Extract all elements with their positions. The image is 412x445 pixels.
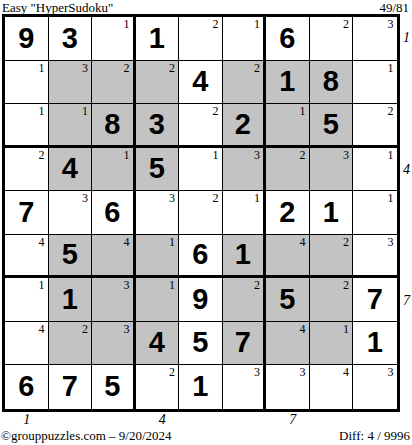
cell-r5c2[interactable]: 3 xyxy=(49,191,93,235)
cell-r2c7[interactable]: 1 xyxy=(266,61,310,105)
cell-r8c6[interactable]: 7 xyxy=(223,322,267,366)
given-digit: 4 xyxy=(179,61,222,104)
corner-mark: 2 xyxy=(169,366,175,379)
cell-r1c5[interactable]: 2 xyxy=(179,17,223,61)
row-label-4: 4 xyxy=(403,162,412,178)
given-digit: 6 xyxy=(5,365,48,409)
corner-mark: 4 xyxy=(39,236,45,249)
corner-mark: 3 xyxy=(82,62,88,75)
cell-r4c3[interactable]: 1 xyxy=(92,148,136,192)
corner-mark: 2 xyxy=(388,105,394,118)
cell-r6c8[interactable]: 2 xyxy=(310,235,354,279)
corner-mark: 2 xyxy=(124,62,130,75)
corner-mark: 3 xyxy=(254,366,260,379)
cell-r1c9[interactable]: 3 xyxy=(353,17,397,61)
cell-r9c2[interactable]: 7 xyxy=(49,365,93,409)
cell-r4c6[interactable]: 3 xyxy=(223,148,267,192)
cell-r1c3[interactable]: 1 xyxy=(92,17,136,61)
corner-mark: 1 xyxy=(388,149,394,162)
given-digit: 7 xyxy=(353,278,397,321)
col-label-4: 4 xyxy=(141,412,185,428)
corner-mark: 4 xyxy=(124,236,130,249)
cell-r9c3[interactable]: 5 xyxy=(92,365,136,409)
given-digit: 9 xyxy=(179,278,222,321)
cell-r5c4[interactable]: 3 xyxy=(136,191,180,235)
corner-mark: 1 xyxy=(169,236,175,249)
given-digit: 1 xyxy=(266,61,309,104)
cell-r1c6[interactable]: 1 xyxy=(223,17,267,61)
row-label-7: 7 xyxy=(403,293,412,309)
cell-r7c3[interactable]: 3 xyxy=(92,278,136,322)
given-digit: 7 xyxy=(5,191,48,234)
cell-r2c4[interactable]: 2 xyxy=(136,61,180,105)
cell-r8c5[interactable]: 5 xyxy=(179,322,223,366)
cell-r6c3[interactable]: 4 xyxy=(92,235,136,279)
corner-mark: 2 xyxy=(39,149,45,162)
col-label-1: 1 xyxy=(5,412,49,428)
given-digit: 6 xyxy=(179,235,222,276)
corner-mark: 1 xyxy=(254,192,260,205)
given-digit: 1 xyxy=(49,278,92,321)
corner-mark: 2 xyxy=(343,236,349,249)
cell-r5c1[interactable]: 7 xyxy=(5,191,49,235)
cell-r2c1[interactable]: 1 xyxy=(5,61,49,105)
cell-r3c6[interactable]: 2 xyxy=(223,104,267,148)
cell-r8c7[interactable]: 4 xyxy=(266,322,310,366)
cell-r3c9[interactable]: 2 xyxy=(353,104,397,148)
given-digit: 6 xyxy=(92,191,133,234)
given-digit: 8 xyxy=(92,104,133,145)
given-digit: 1 xyxy=(223,235,264,276)
corner-mark: 1 xyxy=(388,192,394,205)
corner-mark: 3 xyxy=(300,366,306,379)
given-digit: 3 xyxy=(136,104,179,145)
cell-r1c2[interactable]: 3 xyxy=(49,17,93,61)
corner-mark: 2 xyxy=(300,149,306,162)
corner-mark: 4 xyxy=(343,366,349,379)
given-digit: 5 xyxy=(266,278,309,321)
given-digit: 5 xyxy=(310,104,353,145)
row-label-1: 1 xyxy=(403,30,412,46)
corner-mark: 2 xyxy=(213,105,219,118)
corner-mark: 3 xyxy=(388,236,394,249)
cell-r1c1[interactable]: 9 xyxy=(5,17,49,61)
cell-r8c8[interactable]: 1 xyxy=(310,322,354,366)
corner-mark: 3 xyxy=(169,192,175,205)
given-digit: 9 xyxy=(5,17,48,60)
corner-mark: 1 xyxy=(300,105,306,118)
cell-r8c9[interactable]: 1 xyxy=(353,322,397,366)
cell-r8c4[interactable]: 4 xyxy=(136,322,180,366)
cell-r2c6[interactable]: 2 xyxy=(223,61,267,105)
col-label-7: 7 xyxy=(271,412,315,428)
cell-r6c6[interactable]: 1 xyxy=(223,235,267,279)
given-digit: 5 xyxy=(179,322,222,365)
corner-mark: 1 xyxy=(39,105,45,118)
corner-mark: 1 xyxy=(39,62,45,75)
given-digit: 2 xyxy=(266,191,309,234)
corner-mark: 1 xyxy=(169,279,175,292)
cell-r4c5[interactable]: 1 xyxy=(179,148,223,192)
cell-r1c8[interactable]: 2 xyxy=(310,17,354,61)
cell-r3c4[interactable]: 3 xyxy=(136,104,180,148)
corner-mark: 2 xyxy=(213,192,219,205)
corner-mark: 1 xyxy=(39,279,45,292)
given-digit: 1 xyxy=(179,365,222,409)
corner-mark: 2 xyxy=(254,62,260,75)
corner-mark: 3 xyxy=(124,279,130,292)
cell-r9c9[interactable]: 3 xyxy=(353,365,397,409)
cell-r7c7[interactable]: 5 xyxy=(266,278,310,322)
given-digit: 5 xyxy=(136,148,179,191)
given-digit: 5 xyxy=(92,365,133,409)
cell-r2c3[interactable]: 2 xyxy=(92,61,136,105)
cell-r4c4[interactable]: 5 xyxy=(136,148,180,192)
corner-mark: 3 xyxy=(82,192,88,205)
cell-r9c1[interactable]: 6 xyxy=(5,365,49,409)
cell-r7c4[interactable]: 1 xyxy=(136,278,180,322)
cell-r6c7[interactable]: 4 xyxy=(266,235,310,279)
corner-mark: 1 xyxy=(254,18,260,31)
cell-r6c9[interactable]: 3 xyxy=(353,235,397,279)
given-digit: 8 xyxy=(310,61,353,104)
difficulty-rating: Diff: 4 / 9996 xyxy=(339,428,410,444)
cell-r9c7[interactable]: 3 xyxy=(266,365,310,409)
corner-mark: 2 xyxy=(254,279,260,292)
corner-mark: 1 xyxy=(213,149,219,162)
cell-r7c5[interactable]: 9 xyxy=(179,278,223,322)
cell-r5c6[interactable]: 1 xyxy=(223,191,267,235)
cell-r9c6[interactable]: 3 xyxy=(223,365,267,409)
cell-r3c5[interactable]: 2 xyxy=(179,104,223,148)
corner-mark: 2 xyxy=(343,279,349,292)
given-digit: 1 xyxy=(353,322,397,365)
cell-r3c8[interactable]: 5 xyxy=(310,104,354,148)
cell-r5c8[interactable]: 1 xyxy=(310,191,354,235)
cell-r6c4[interactable]: 1 xyxy=(136,235,180,279)
given-digit: 1 xyxy=(136,17,179,60)
cell-r5c9[interactable]: 1 xyxy=(353,191,397,235)
corner-mark: 1 xyxy=(124,18,130,31)
corner-mark: 1 xyxy=(124,149,130,162)
cell-r2c5[interactable]: 4 xyxy=(179,61,223,105)
cell-r9c4[interactable]: 2 xyxy=(136,365,180,409)
corner-mark: 3 xyxy=(254,149,260,162)
corner-mark: 4 xyxy=(300,323,306,336)
given-digit: 1 xyxy=(310,191,353,234)
cell-r7c1[interactable]: 1 xyxy=(5,278,49,322)
given-digit: 4 xyxy=(136,322,179,365)
cell-r2c9[interactable]: 1 xyxy=(353,61,397,105)
given-digit: 7 xyxy=(223,322,264,365)
puzzle-page: Easy "HyperSudoku" 49/81 931121623132242… xyxy=(0,0,412,445)
corner-mark: 1 xyxy=(82,105,88,118)
cell-r3c2[interactable]: 1 xyxy=(49,104,93,148)
cell-r7c9[interactable]: 7 xyxy=(353,278,397,322)
cell-r8c3[interactable]: 3 xyxy=(92,322,136,366)
cell-r7c8[interactable]: 2 xyxy=(310,278,354,322)
cell-r1c7[interactable]: 6 xyxy=(266,17,310,61)
cell-r5c7[interactable]: 2 xyxy=(266,191,310,235)
corner-mark: 3 xyxy=(388,18,394,31)
cell-r4c2[interactable]: 4 xyxy=(49,148,93,192)
cell-r9c5[interactable]: 1 xyxy=(179,365,223,409)
cell-r8c1[interactable]: 4 xyxy=(5,322,49,366)
cell-r3c3[interactable]: 8 xyxy=(92,104,136,148)
cell-r5c3[interactable]: 6 xyxy=(92,191,136,235)
corner-mark: 2 xyxy=(343,18,349,31)
cell-r3c1[interactable]: 1 xyxy=(5,104,49,148)
corner-mark: 1 xyxy=(343,323,349,336)
cell-r1c4[interactable]: 1 xyxy=(136,17,180,61)
cell-r8c2[interactable]: 2 xyxy=(49,322,93,366)
given-digit: 3 xyxy=(49,17,92,60)
cell-r2c2[interactable]: 3 xyxy=(49,61,93,105)
cell-r4c9[interactable]: 1 xyxy=(353,148,397,192)
corner-mark: 2 xyxy=(169,62,175,75)
corner-mark: 3 xyxy=(388,366,394,379)
cell-r2c8[interactable]: 8 xyxy=(310,61,354,105)
corner-mark: 3 xyxy=(343,149,349,162)
cell-r9c8[interactable]: 4 xyxy=(310,365,354,409)
cell-r6c5[interactable]: 6 xyxy=(179,235,223,279)
cell-r4c1[interactable]: 2 xyxy=(5,148,49,192)
cell-r4c7[interactable]: 2 xyxy=(266,148,310,192)
copyright-date: ©grouppuzzles.com – 9/20/2024 xyxy=(1,428,172,444)
sudoku-board: 9311216231322421811183221522415132317363… xyxy=(2,14,400,412)
given-digit: 5 xyxy=(49,235,92,276)
cell-r7c2[interactable]: 1 xyxy=(49,278,93,322)
given-digit: 2 xyxy=(223,104,264,145)
cell-r6c1[interactable]: 4 xyxy=(5,235,49,279)
corner-mark: 3 xyxy=(124,323,130,336)
given-digit: 7 xyxy=(49,365,92,409)
cell-r7c6[interactable]: 2 xyxy=(223,278,267,322)
corner-mark: 2 xyxy=(82,323,88,336)
cell-r3c7[interactable]: 1 xyxy=(266,104,310,148)
cell-r4c8[interactable]: 3 xyxy=(310,148,354,192)
corner-mark: 4 xyxy=(39,323,45,336)
given-digit: 4 xyxy=(49,148,92,191)
corner-mark: 2 xyxy=(213,18,219,31)
cell-r6c2[interactable]: 5 xyxy=(49,235,93,279)
given-digit: 6 xyxy=(266,17,309,60)
corner-mark: 1 xyxy=(388,62,394,75)
cell-r5c5[interactable]: 2 xyxy=(179,191,223,235)
corner-mark: 4 xyxy=(300,236,306,249)
